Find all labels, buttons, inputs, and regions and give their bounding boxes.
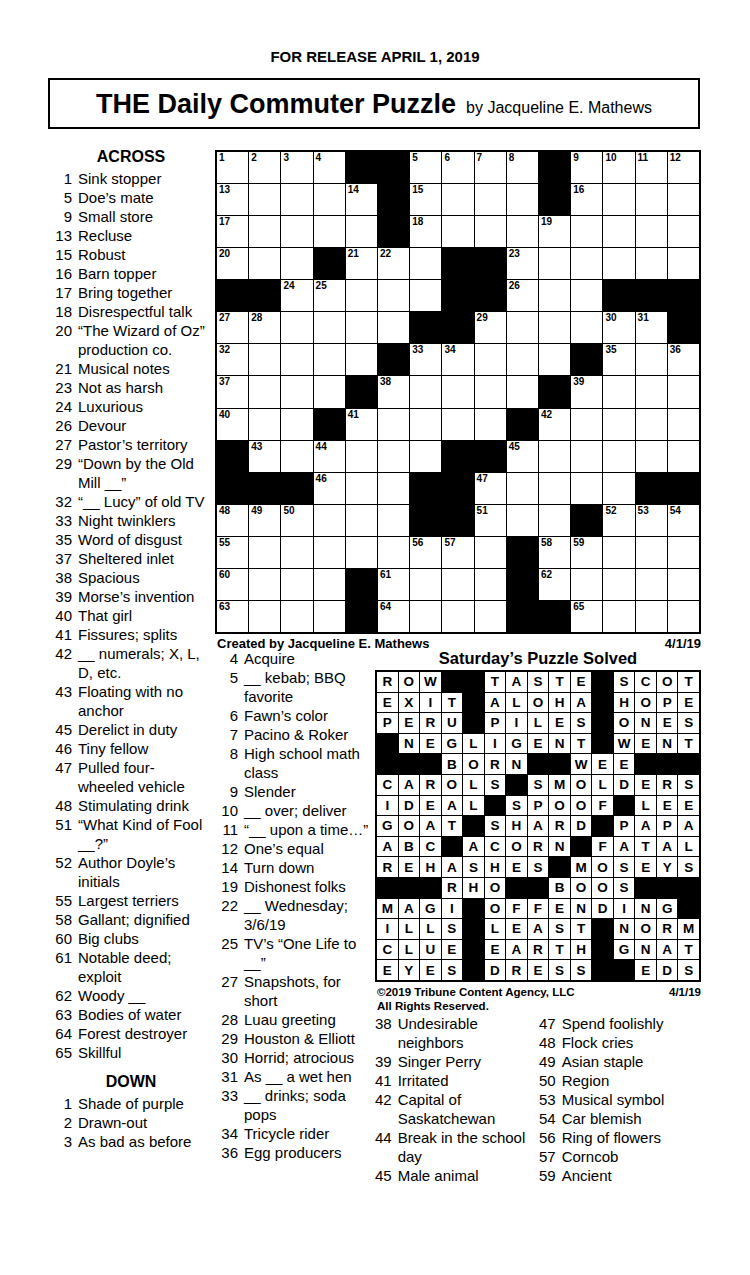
solved-letter-cell: C (377, 940, 398, 960)
grid-cell[interactable]: 5 (410, 152, 441, 183)
grid-cell[interactable] (507, 505, 538, 536)
cell-number: 51 (477, 505, 488, 517)
grid-cell[interactable]: 53 (636, 505, 667, 536)
solved-black-cell (549, 754, 570, 774)
grid-cell[interactable] (346, 216, 377, 247)
black-cell (281, 473, 312, 504)
black-cell (314, 409, 345, 440)
clue-text: Ancient (562, 1166, 709, 1185)
cell-number: 4 (316, 152, 322, 164)
grid-cell[interactable] (249, 601, 280, 632)
solved-letter-cell: L (463, 796, 484, 816)
cell-number: 62 (541, 569, 552, 581)
copyright-line1: ©2019 Tribune Content Agency, LLC (377, 985, 575, 999)
clue-number: 58 (52, 910, 72, 929)
grid-cell[interactable]: 2 (249, 152, 280, 183)
grid-cell[interactable] (507, 312, 538, 343)
clue-number: 38 (375, 1014, 392, 1052)
grid-cell[interactable] (378, 312, 409, 343)
grid-cell[interactable] (539, 312, 570, 343)
grid-cell[interactable] (668, 569, 699, 600)
grid-cell[interactable] (636, 216, 667, 247)
grid-cell[interactable]: 51 (475, 505, 506, 536)
grid-cell[interactable] (314, 537, 345, 568)
clue-number: 20 (52, 321, 72, 359)
grid-cell[interactable] (442, 216, 473, 247)
solved-puzzle-grid: ROWTASTESCOTEXITALOHAHOPEPERUPILESONESNE… (375, 670, 701, 982)
grid-cell[interactable] (571, 473, 602, 504)
clue-item: 56Ring of flowers (539, 1128, 709, 1147)
grid-cell[interactable]: 40 (217, 409, 248, 440)
grid-cell[interactable]: 43 (249, 441, 280, 472)
grid-cell[interactable]: 50 (281, 505, 312, 536)
solved-letter-cell: O (528, 693, 549, 713)
grid-cell[interactable]: 56 (410, 537, 441, 568)
solved-black-cell (592, 816, 613, 836)
clue-item: 41Fissures; splits (52, 625, 210, 644)
cell-number: 9 (573, 152, 579, 164)
grid-cell[interactable] (442, 184, 473, 215)
clue-text: Acquire (244, 649, 376, 668)
clue-number: 57 (539, 1147, 556, 1166)
grid-cell[interactable] (571, 216, 602, 247)
black-cell (539, 601, 570, 632)
clue-item: 40That girl (52, 606, 210, 625)
solved-letter-cell: T (442, 693, 463, 713)
grid-cell[interactable] (314, 216, 345, 247)
grid-cell[interactable] (571, 312, 602, 343)
grid-cell[interactable]: 62 (539, 569, 570, 600)
down-header: DOWN (52, 1072, 210, 1092)
clue-number: 10 (215, 801, 238, 820)
clue-item: 26Devour (52, 416, 210, 435)
grid-cell[interactable] (378, 441, 409, 472)
solved-black-cell (592, 940, 613, 960)
grid-cell[interactable]: 27 (217, 312, 248, 343)
grid-cell[interactable]: 36 (668, 344, 699, 375)
clue-number: 47 (539, 1014, 556, 1033)
grid-cell[interactable] (442, 409, 473, 440)
grid-cell[interactable] (571, 409, 602, 440)
grid-cell[interactable]: 26 (507, 280, 538, 311)
clue-number: 45 (375, 1166, 392, 1185)
grid-cell[interactable]: 25 (314, 280, 345, 311)
solved-black-cell (506, 775, 527, 795)
grid-cell[interactable] (281, 312, 312, 343)
clue-text: Fissures; splits (78, 625, 210, 644)
grid-cell[interactable]: 39 (571, 376, 602, 407)
grid-cell[interactable]: 35 (603, 344, 634, 375)
grid-cell[interactable] (603, 376, 634, 407)
grid-cell[interactable]: 8 (507, 152, 538, 183)
solved-letter-cell: E (678, 693, 699, 713)
clue-number: 23 (52, 378, 72, 397)
clue-text: Drawn-out (78, 1113, 210, 1132)
cell-number: 3 (283, 152, 289, 164)
grid-cell[interactable] (442, 569, 473, 600)
grid-cell[interactable] (539, 473, 570, 504)
solved-letter-cell: T (571, 734, 592, 754)
solved-letter-cell: E (549, 899, 570, 919)
grid-cell[interactable] (475, 409, 506, 440)
clue-item: 18Disrespectful talk (52, 302, 210, 321)
cell-number: 48 (219, 505, 230, 517)
grid-cell[interactable] (603, 409, 634, 440)
grid-cell[interactable] (668, 409, 699, 440)
solved-letter-cell: R (528, 940, 549, 960)
clue-text: High school math class (244, 744, 376, 782)
title-group: THE Daily Commuter Puzzle by Jacqueline … (96, 89, 652, 120)
clue-item: 15Robust (52, 245, 210, 264)
grid-cell[interactable] (636, 601, 667, 632)
grid-cell[interactable] (668, 216, 699, 247)
grid-cell[interactable] (603, 537, 634, 568)
grid-cell[interactable] (539, 344, 570, 375)
black-cell (668, 312, 699, 343)
grid-cell[interactable]: 58 (539, 537, 570, 568)
grid-cell[interactable] (249, 376, 280, 407)
clue-text: Recluse (78, 226, 210, 245)
grid-cell[interactable]: 30 (603, 312, 634, 343)
clue-number: 31 (215, 1067, 238, 1086)
grid-cell[interactable]: 4 (314, 152, 345, 183)
grid-cell[interactable]: 63 (217, 601, 248, 632)
grid-cell[interactable] (249, 216, 280, 247)
grid-cell[interactable] (314, 344, 345, 375)
grid-cell[interactable] (475, 344, 506, 375)
grid-cell[interactable] (346, 344, 377, 375)
cell-number: 32 (219, 344, 230, 356)
solved-letter-cell: A (614, 837, 635, 857)
cell-number: 2 (251, 152, 257, 164)
solved-letter-cell: A (399, 899, 420, 919)
cell-number: 39 (573, 376, 584, 388)
grid-cell[interactable]: 20 (217, 248, 248, 279)
grid-cell[interactable]: 45 (507, 441, 538, 472)
clue-number: 9 (215, 782, 238, 801)
grid-cell[interactable]: 44 (314, 441, 345, 472)
grid-cell[interactable]: 14 (346, 184, 377, 215)
grid-cell[interactable]: 29 (475, 312, 506, 343)
grid-cell[interactable] (539, 441, 570, 472)
black-cell (539, 184, 570, 215)
clue-text: As __ a wet hen (244, 1067, 376, 1086)
grid-cell[interactable] (281, 441, 312, 472)
grid-cell[interactable] (442, 601, 473, 632)
solved-letter-cell: M (678, 919, 699, 939)
grid-cell[interactable]: 22 (378, 248, 409, 279)
clue-number: 65 (52, 1043, 72, 1062)
grid-cell[interactable] (475, 601, 506, 632)
grid-cell[interactable] (603, 184, 634, 215)
grid-cell[interactable]: 9 (571, 152, 602, 183)
grid-cell[interactable] (668, 537, 699, 568)
clue-item: 54Car blemish (539, 1109, 709, 1128)
grid-cell[interactable] (475, 537, 506, 568)
clue-number: 37 (52, 549, 72, 568)
grid-cell[interactable]: 21 (346, 248, 377, 279)
grid-cell[interactable]: 57 (442, 537, 473, 568)
grid-cell[interactable] (668, 441, 699, 472)
clue-text: Region (562, 1071, 709, 1090)
cell-number: 20 (219, 248, 230, 260)
solved-letter-cell: A (657, 940, 678, 960)
grid-cell[interactable] (571, 441, 602, 472)
grid-cell[interactable]: 3 (281, 152, 312, 183)
grid-cell[interactable]: 41 (346, 409, 377, 440)
grid-cell[interactable]: 13 (217, 184, 248, 215)
grid-cell[interactable] (314, 505, 345, 536)
solved-letter-cell: D (592, 899, 613, 919)
solved-letter-cell: G (506, 734, 527, 754)
grid-cell[interactable] (636, 569, 667, 600)
grid-cell[interactable] (571, 280, 602, 311)
grid-cell[interactable] (539, 248, 570, 279)
grid-cell[interactable] (378, 409, 409, 440)
clue-text: Luau greeting (244, 1010, 376, 1029)
grid-cell[interactable]: 7 (475, 152, 506, 183)
grid-cell[interactable]: 17 (217, 216, 248, 247)
clue-item: 37Sheltered inlet (52, 549, 210, 568)
grid-cell[interactable] (668, 376, 699, 407)
grid-cell[interactable] (507, 376, 538, 407)
grid-cell[interactable] (281, 569, 312, 600)
grid-cell[interactable] (281, 184, 312, 215)
grid-cell[interactable] (346, 280, 377, 311)
grid-cell[interactable] (539, 280, 570, 311)
clue-item: 33Night twinklers (52, 511, 210, 530)
grid-cell[interactable] (410, 409, 441, 440)
grid-cell[interactable]: 16 (571, 184, 602, 215)
grid-cell[interactable] (603, 473, 634, 504)
grid-cell[interactable] (281, 248, 312, 279)
grid-cell[interactable] (281, 537, 312, 568)
solved-letter-cell: I (506, 713, 527, 733)
grid-cell[interactable] (475, 184, 506, 215)
grid-cell[interactable] (346, 505, 377, 536)
grid-cell[interactable]: 46 (314, 473, 345, 504)
solved-letter-cell: A (420, 816, 441, 836)
puzzle-title: THE Daily Commuter Puzzle (96, 89, 456, 120)
grid-cell[interactable]: 32 (217, 344, 248, 375)
clue-item: 45Derelict in duty (52, 720, 210, 739)
grid-cell[interactable] (636, 248, 667, 279)
grid-cell[interactable] (603, 248, 634, 279)
solved-letter-cell: E (614, 754, 635, 774)
grid-cell[interactable] (314, 376, 345, 407)
grid-cell[interactable] (314, 184, 345, 215)
solved-letter-cell: D (399, 796, 420, 816)
grid-cell[interactable] (507, 344, 538, 375)
grid-cell[interactable] (249, 184, 280, 215)
grid-cell[interactable]: 1 (217, 152, 248, 183)
grid-cell[interactable] (571, 569, 602, 600)
grid-cell[interactable]: 24 (281, 280, 312, 311)
grid-cell[interactable] (636, 537, 667, 568)
grid-cell[interactable] (410, 441, 441, 472)
grid-cell[interactable] (668, 184, 699, 215)
grid-cell[interactable]: 15 (410, 184, 441, 215)
grid-cell[interactable] (281, 216, 312, 247)
grid-cell[interactable]: 61 (378, 569, 409, 600)
cell-number: 29 (477, 312, 488, 324)
solved-black-cell (528, 878, 549, 898)
grid-cell[interactable]: 11 (636, 152, 667, 183)
grid-cell[interactable]: 65 (571, 601, 602, 632)
grid-cell[interactable] (314, 312, 345, 343)
grid-cell[interactable] (378, 537, 409, 568)
clue-number: 12 (215, 839, 238, 858)
solved-letter-cell: R (485, 754, 506, 774)
grid-cell[interactable]: 31 (636, 312, 667, 343)
cell-number: 57 (444, 537, 455, 549)
grid-cell[interactable]: 23 (507, 248, 538, 279)
grid-cell[interactable]: 34 (442, 344, 473, 375)
solved-black-cell (635, 878, 656, 898)
grid-cell[interactable] (378, 473, 409, 504)
grid-cell[interactable]: 55 (217, 537, 248, 568)
grid-cell[interactable] (249, 569, 280, 600)
grid-cell[interactable] (378, 280, 409, 311)
cell-number: 8 (509, 152, 515, 164)
grid-cell[interactable] (507, 184, 538, 215)
grid-cell[interactable]: 18 (410, 216, 441, 247)
grid-cell[interactable] (346, 537, 377, 568)
grid-cell[interactable] (475, 569, 506, 600)
grid-cell[interactable] (507, 216, 538, 247)
grid-cell[interactable] (636, 344, 667, 375)
grid-cell[interactable] (314, 601, 345, 632)
clue-number: 4 (215, 649, 238, 668)
grid-cell[interactable]: 33 (410, 344, 441, 375)
grid-cell[interactable]: 28 (249, 312, 280, 343)
grid-cell[interactable]: 49 (249, 505, 280, 536)
grid-cell[interactable]: 47 (475, 473, 506, 504)
grid-cell[interactable]: 38 (378, 376, 409, 407)
solved-letter-cell: L (463, 734, 484, 754)
grid-cell[interactable] (410, 601, 441, 632)
grid-cell[interactable] (410, 280, 441, 311)
grid-cell[interactable] (281, 601, 312, 632)
grid-cell[interactable] (636, 184, 667, 215)
solved-black-cell (635, 754, 656, 774)
solved-letter-cell: D (614, 775, 635, 795)
grid-cell[interactable]: 37 (217, 376, 248, 407)
grid-cell[interactable] (603, 216, 634, 247)
clue-text: “The Wizard of Oz” production co. (78, 321, 210, 359)
solved-letter-cell: O (399, 672, 420, 692)
clue-item: 29Houston & Elliott (215, 1029, 376, 1048)
grid-cell[interactable] (281, 376, 312, 407)
grid-cell[interactable] (249, 248, 280, 279)
grid-cell[interactable] (636, 441, 667, 472)
grid-cell[interactable] (249, 537, 280, 568)
grid-cell[interactable] (378, 505, 409, 536)
grid-cell[interactable] (346, 312, 377, 343)
cell-number: 26 (509, 280, 520, 292)
grid-cell[interactable] (346, 473, 377, 504)
grid-cell[interactable] (281, 344, 312, 375)
grid-cell[interactable] (475, 376, 506, 407)
clue-number: 3 (52, 1132, 72, 1151)
clue-text: “Down by the Old Mill __” (78, 454, 210, 492)
grid-cell[interactable] (249, 409, 280, 440)
grid-cell[interactable] (571, 248, 602, 279)
grid-cell[interactable]: 54 (668, 505, 699, 536)
solved-black-cell (463, 672, 484, 692)
solved-letter-cell: N (635, 899, 656, 919)
grid-cell[interactable] (603, 569, 634, 600)
clue-text: Barn topper (78, 264, 210, 283)
grid-cell[interactable] (442, 376, 473, 407)
solved-letter-cell: L (485, 919, 506, 939)
grid-cell[interactable]: 10 (603, 152, 634, 183)
clue-item: 30Horrid; atrocious (215, 1048, 376, 1067)
grid-cell[interactable] (314, 569, 345, 600)
black-cell (410, 473, 441, 504)
grid-cell[interactable]: 52 (603, 505, 634, 536)
grid-cell[interactable]: 64 (378, 601, 409, 632)
cell-number: 19 (541, 216, 552, 228)
grid-cell[interactable] (668, 601, 699, 632)
grid-cell[interactable] (603, 441, 634, 472)
solved-letter-cell: S (614, 878, 635, 898)
clue-number: 55 (52, 891, 72, 910)
grid-cell[interactable] (539, 505, 570, 536)
solved-letter-cell: H (506, 816, 527, 836)
grid-cell[interactable]: 19 (539, 216, 570, 247)
black-cell (442, 280, 473, 311)
grid-cell[interactable] (410, 376, 441, 407)
solved-letter-cell: M (549, 775, 570, 795)
grid-cell[interactable]: 48 (217, 505, 248, 536)
clue-item: 31As __ a wet hen (215, 1067, 376, 1086)
clue-item: 8High school math class (215, 744, 376, 782)
clue-number: 46 (52, 739, 72, 758)
clue-text: Bodies of water (78, 1005, 210, 1024)
solved-letter-cell: R (528, 837, 549, 857)
grid-cell[interactable] (603, 601, 634, 632)
grid-cell[interactable] (249, 344, 280, 375)
grid-cell[interactable] (507, 473, 538, 504)
grid-cell[interactable]: 6 (442, 152, 473, 183)
grid-cell[interactable] (668, 248, 699, 279)
solved-letter-cell: T (485, 672, 506, 692)
grid-cell[interactable] (636, 376, 667, 407)
solved-black-cell (678, 754, 699, 774)
clue-item: 39Singer Perry (375, 1052, 539, 1071)
clue-number: 33 (215, 1086, 238, 1124)
solved-letter-cell: O (571, 775, 592, 795)
solved-letter-cell: Y (657, 857, 678, 877)
grid-cell[interactable] (410, 248, 441, 279)
grid-cell[interactable] (346, 441, 377, 472)
clue-text: Big clubs (78, 929, 210, 948)
grid-cell[interactable]: 60 (217, 569, 248, 600)
clue-number: 26 (52, 416, 72, 435)
clue-item: 27Pastor’s territory (52, 435, 210, 454)
solved-letter-cell: G (442, 734, 463, 754)
grid-cell[interactable] (410, 569, 441, 600)
grid-cell[interactable] (281, 409, 312, 440)
grid-cell[interactable] (636, 409, 667, 440)
grid-cell[interactable]: 12 (668, 152, 699, 183)
grid-cell[interactable] (475, 216, 506, 247)
clue-number: 29 (52, 454, 72, 492)
grid-cell[interactable]: 42 (539, 409, 570, 440)
solved-letter-cell: E (657, 713, 678, 733)
grid-cell[interactable]: 59 (571, 537, 602, 568)
